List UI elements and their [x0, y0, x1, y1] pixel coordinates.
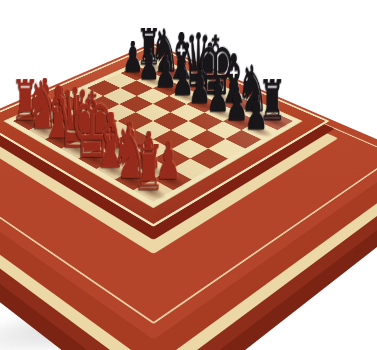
chess-set-photo-scene: ♜♞♝♛♚♝♞♜♟♟♟♟♟♟♟♟♟♟♟♟♟♟♟♟♜♞♝♛♚♝♞♜: [0, 0, 377, 350]
black-pawn-icon: ♟: [244, 95, 268, 132]
white-rook-icon: ♜: [133, 144, 164, 193]
chess-set: ♜♞♝♛♚♝♞♜♟♟♟♟♟♟♟♟♟♟♟♟♟♟♟♟♜♞♝♛♚♝♞♜: [0, 45, 330, 227]
